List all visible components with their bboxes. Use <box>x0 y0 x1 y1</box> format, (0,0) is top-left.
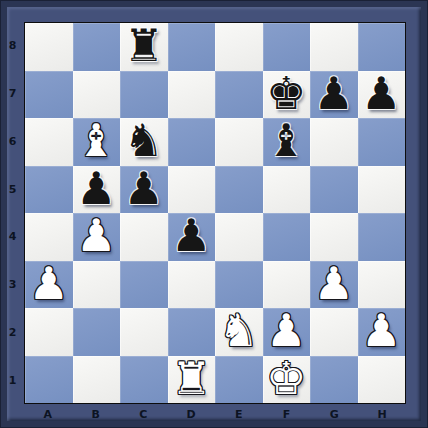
square-b4[interactable]: ♟ <box>73 213 121 261</box>
file-label-g: G <box>311 405 359 424</box>
square-c3[interactable] <box>120 261 168 309</box>
square-e1[interactable] <box>215 356 263 404</box>
square-a1[interactable] <box>25 356 73 404</box>
black-pawn[interactable]: ♟ <box>314 71 354 116</box>
square-e3[interactable] <box>215 261 263 309</box>
square-c1[interactable] <box>120 356 168 404</box>
square-f7[interactable]: ♚ <box>263 71 311 119</box>
rank-label-3: 3 <box>1 261 24 309</box>
black-pawn[interactable]: ♟ <box>76 166 116 211</box>
square-d3[interactable] <box>168 261 216 309</box>
file-label-c: C <box>120 405 168 424</box>
square-f6[interactable]: ♝ <box>263 118 311 166</box>
square-f8[interactable] <box>263 23 311 71</box>
file-label-f: F <box>263 405 311 424</box>
black-bishop[interactable]: ♝ <box>266 118 306 163</box>
rank-label-4: 4 <box>1 213 24 261</box>
white-pawn[interactable]: ♟ <box>76 213 116 258</box>
square-b6[interactable]: ♝ <box>73 118 121 166</box>
square-g1[interactable] <box>310 356 358 404</box>
square-d6[interactable] <box>168 118 216 166</box>
square-e6[interactable] <box>215 118 263 166</box>
file-label-d: D <box>167 405 215 424</box>
square-e2[interactable]: ♞ <box>215 308 263 356</box>
file-labels: ABCDEFGH <box>24 405 406 424</box>
square-e5[interactable] <box>215 166 263 214</box>
rank-label-6: 6 <box>1 118 24 166</box>
square-g2[interactable] <box>310 308 358 356</box>
square-c4[interactable] <box>120 213 168 261</box>
black-pawn[interactable]: ♟ <box>124 166 164 211</box>
square-e7[interactable] <box>215 71 263 119</box>
square-b2[interactable] <box>73 308 121 356</box>
square-d5[interactable] <box>168 166 216 214</box>
square-g6[interactable] <box>310 118 358 166</box>
square-b3[interactable] <box>73 261 121 309</box>
file-label-h: H <box>358 405 406 424</box>
square-f1[interactable]: ♚ <box>263 356 311 404</box>
rank-label-5: 5 <box>1 165 24 213</box>
square-f4[interactable] <box>263 213 311 261</box>
black-rook[interactable]: ♜ <box>124 23 164 68</box>
white-pawn[interactable]: ♟ <box>314 261 354 306</box>
square-e4[interactable] <box>215 213 263 261</box>
white-knight[interactable]: ♞ <box>219 308 259 353</box>
square-a5[interactable] <box>25 166 73 214</box>
black-knight[interactable]: ♞ <box>124 118 164 163</box>
square-g7[interactable]: ♟ <box>310 71 358 119</box>
square-b5[interactable]: ♟ <box>73 166 121 214</box>
square-c6[interactable]: ♞ <box>120 118 168 166</box>
black-pawn[interactable]: ♟ <box>171 213 211 258</box>
file-label-e: E <box>215 405 263 424</box>
square-d2[interactable] <box>168 308 216 356</box>
square-g8[interactable] <box>310 23 358 71</box>
file-label-b: B <box>72 405 120 424</box>
square-c7[interactable] <box>120 71 168 119</box>
square-d8[interactable] <box>168 23 216 71</box>
square-a3[interactable]: ♟ <box>25 261 73 309</box>
square-c8[interactable]: ♜ <box>120 23 168 71</box>
square-g5[interactable] <box>310 166 358 214</box>
chess-diagram: ♜♚♟♟♝♞♝♟♟♟♟♟♟♞♟♟♜♚ 87654321 ABCDEFGH <box>0 0 428 428</box>
white-bishop[interactable]: ♝ <box>76 118 116 163</box>
square-c2[interactable] <box>120 308 168 356</box>
square-a7[interactable] <box>25 71 73 119</box>
square-h5[interactable] <box>358 166 406 214</box>
square-d7[interactable] <box>168 71 216 119</box>
square-d4[interactable]: ♟ <box>168 213 216 261</box>
rank-label-2: 2 <box>1 309 24 357</box>
rank-label-1: 1 <box>1 356 24 404</box>
square-a8[interactable] <box>25 23 73 71</box>
square-b1[interactable] <box>73 356 121 404</box>
black-pawn[interactable]: ♟ <box>361 71 401 116</box>
square-a4[interactable] <box>25 213 73 261</box>
square-h1[interactable] <box>358 356 406 404</box>
square-b7[interactable] <box>73 71 121 119</box>
square-h8[interactable] <box>358 23 406 71</box>
square-g4[interactable] <box>310 213 358 261</box>
square-h7[interactable]: ♟ <box>358 71 406 119</box>
white-pawn[interactable]: ♟ <box>361 308 401 353</box>
square-f2[interactable]: ♟ <box>263 308 311 356</box>
square-h3[interactable] <box>358 261 406 309</box>
white-pawn[interactable]: ♟ <box>266 308 306 353</box>
square-f5[interactable] <box>263 166 311 214</box>
square-h6[interactable] <box>358 118 406 166</box>
square-a2[interactable] <box>25 308 73 356</box>
square-h2[interactable]: ♟ <box>358 308 406 356</box>
square-b8[interactable] <box>73 23 121 71</box>
rank-label-8: 8 <box>1 22 24 70</box>
white-pawn[interactable]: ♟ <box>29 261 69 306</box>
square-h4[interactable] <box>358 213 406 261</box>
black-king[interactable]: ♚ <box>266 71 306 116</box>
file-label-a: A <box>24 405 72 424</box>
rank-labels: 87654321 <box>1 22 24 404</box>
chess-board: ♜♚♟♟♝♞♝♟♟♟♟♟♟♞♟♟♜♚ <box>24 22 406 404</box>
square-e8[interactable] <box>215 23 263 71</box>
rank-label-7: 7 <box>1 70 24 118</box>
square-c5[interactable]: ♟ <box>120 166 168 214</box>
white-rook[interactable]: ♜ <box>171 356 211 401</box>
square-a6[interactable] <box>25 118 73 166</box>
square-f3[interactable] <box>263 261 311 309</box>
square-g3[interactable]: ♟ <box>310 261 358 309</box>
white-king[interactable]: ♚ <box>266 356 306 401</box>
square-d1[interactable]: ♜ <box>168 356 216 404</box>
